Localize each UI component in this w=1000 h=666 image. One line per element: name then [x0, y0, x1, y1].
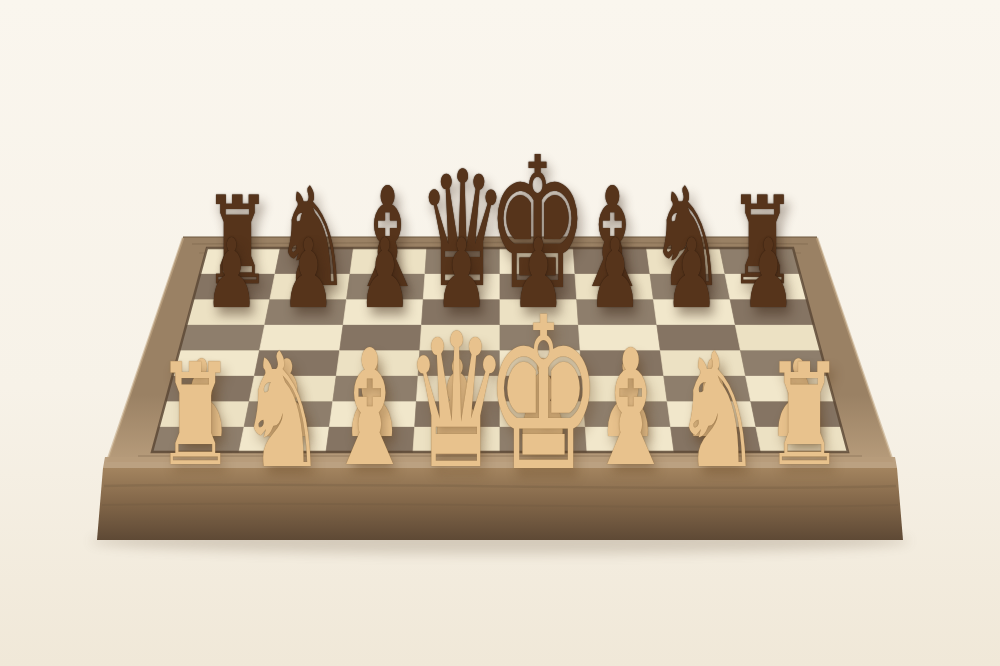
square-e3: [500, 376, 584, 402]
square-g7: [650, 274, 730, 300]
square-a4: [173, 350, 260, 376]
square-e7: [500, 274, 577, 300]
square-d5: [420, 325, 500, 351]
square-e2: [500, 401, 585, 427]
square-g4: [660, 350, 745, 376]
square-c4: [336, 350, 420, 376]
square-a7: [193, 274, 275, 300]
square-h3: [746, 376, 835, 402]
square-b8: [275, 248, 353, 274]
square-d8: [425, 248, 500, 274]
square-f1: [585, 427, 674, 453]
square-h2: [751, 401, 841, 427]
square-e6: [500, 299, 578, 325]
square-e4: [500, 350, 582, 376]
square-g8: [647, 248, 725, 274]
square-b4: [254, 350, 339, 376]
square-f2: [584, 401, 671, 427]
square-c1: [326, 427, 415, 453]
chess-set-photo: ♜♞♝♛♚♝♞♜♟♟♟♟♟♟♟♟♟♟♟♟♟♟♟♟♜♞♝♛♚♝♞♜: [0, 0, 1000, 666]
square-e8: [500, 248, 575, 274]
square-c8: [350, 248, 427, 274]
square-a6: [186, 299, 270, 325]
board-squares: [152, 248, 848, 452]
square-c2: [329, 401, 416, 427]
square-h7: [725, 274, 807, 300]
square-h6: [730, 299, 814, 325]
square-d2: [415, 401, 500, 427]
square-h4: [740, 350, 827, 376]
square-f6: [577, 299, 657, 325]
square-a8: [200, 248, 280, 274]
board-frame-front-lip: [103, 457, 897, 468]
square-h5: [735, 325, 820, 351]
square-b6: [265, 299, 347, 325]
square-c7: [347, 274, 425, 300]
square-f7: [575, 274, 653, 300]
square-c5: [340, 325, 422, 351]
square-c6: [343, 299, 423, 325]
square-h8: [720, 248, 800, 274]
square-e1: [500, 427, 587, 453]
square-a2: [159, 401, 249, 427]
square-d3: [416, 376, 500, 402]
square-b7: [270, 274, 350, 300]
square-b2: [244, 401, 333, 427]
square-h1: [756, 427, 848, 453]
square-f5: [578, 325, 660, 351]
square-g1: [671, 427, 761, 453]
square-e5: [500, 325, 580, 351]
square-d6: [422, 299, 500, 325]
square-a3: [166, 376, 255, 402]
square-b1: [239, 427, 329, 453]
square-g5: [657, 325, 741, 351]
square-g6: [653, 299, 735, 325]
square-a5: [180, 325, 265, 351]
square-d7: [423, 274, 500, 300]
square-d1: [413, 427, 500, 453]
square-f8: [573, 248, 650, 274]
square-g3: [664, 376, 751, 402]
chess-board: [0, 0, 1000, 666]
square-b3: [249, 376, 336, 402]
square-f4: [580, 350, 664, 376]
square-d4: [418, 350, 500, 376]
square-g2: [667, 401, 756, 427]
square-c3: [333, 376, 418, 402]
square-b5: [260, 325, 344, 351]
square-f3: [582, 376, 667, 402]
square-a1: [152, 427, 244, 453]
